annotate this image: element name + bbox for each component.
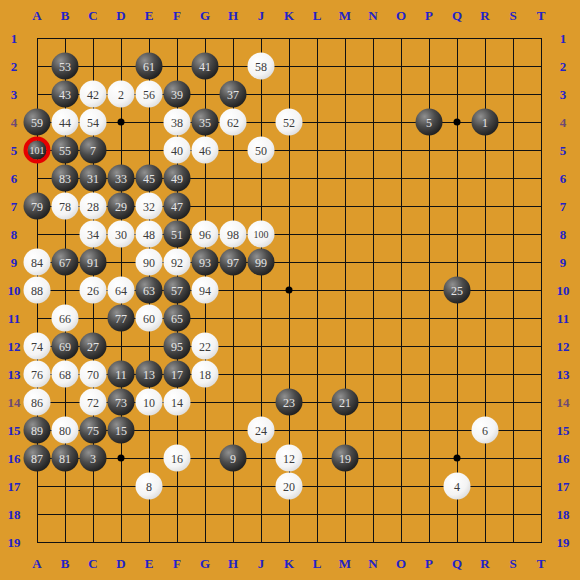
stone-black-57-F10[interactable]: 57 — [164, 277, 191, 304]
col-label-C-top: C — [88, 9, 97, 22]
stone-move-number: 92 — [171, 256, 183, 268]
row-label-14-right: 14 — [557, 396, 570, 409]
stone-black-5-P4[interactable]: 5 — [416, 109, 443, 136]
col-label-K-top: K — [284, 9, 294, 22]
stone-move-number: 20 — [283, 480, 295, 492]
col-label-B-bottom: B — [61, 557, 70, 570]
stone-move-number: 8 — [146, 480, 152, 492]
col-label-M-top: M — [339, 9, 351, 22]
stone-white-60-E11[interactable]: 60 — [136, 305, 163, 332]
row-label-5-right: 5 — [560, 144, 567, 157]
stone-move-number: 96 — [199, 228, 211, 240]
stone-move-number: 91 — [87, 256, 99, 268]
stone-move-number: 57 — [171, 284, 183, 296]
stone-black-47-F7[interactable]: 47 — [164, 193, 191, 220]
stone-black-77-D11[interactable]: 77 — [108, 305, 135, 332]
stone-move-number: 22 — [199, 340, 211, 352]
stone-move-number: 87 — [31, 452, 43, 464]
stone-move-number: 63 — [143, 284, 155, 296]
stone-move-number: 75 — [87, 424, 99, 436]
col-label-F-top: F — [173, 9, 181, 22]
stone-move-number: 46 — [199, 144, 211, 156]
col-label-T-top: T — [537, 9, 546, 22]
stone-move-number: 59 — [31, 116, 43, 128]
stone-move-number: 17 — [171, 368, 183, 380]
stone-black-19-M16[interactable]: 19 — [332, 445, 359, 472]
stone-move-number: 51 — [171, 228, 183, 240]
col-label-D-top: D — [116, 9, 125, 22]
stone-move-number: 39 — [171, 88, 183, 100]
stone-white-24-J15[interactable]: 24 — [248, 417, 275, 444]
stone-move-number: 50 — [255, 144, 267, 156]
stone-white-28-C7[interactable]: 28 — [80, 193, 107, 220]
col-label-R-top: R — [480, 9, 489, 22]
stone-move-number: 19 — [339, 452, 351, 464]
stone-move-number: 93 — [199, 256, 211, 268]
col-label-J-bottom: J — [258, 557, 265, 570]
stone-move-number: 49 — [171, 172, 183, 184]
stone-white-42-C3[interactable]: 42 — [80, 81, 107, 108]
stone-white-46-G5[interactable]: 46 — [192, 137, 219, 164]
stone-black-61-E2[interactable]: 61 — [136, 53, 163, 80]
stone-move-number: 80 — [59, 424, 71, 436]
stone-move-number: 45 — [143, 172, 155, 184]
stone-move-number: 24 — [255, 424, 267, 436]
stone-move-number: 60 — [143, 312, 155, 324]
col-label-L-top: L — [313, 9, 322, 22]
col-label-Q-bottom: Q — [452, 557, 462, 570]
stone-white-96-G8[interactable]: 96 — [192, 221, 219, 248]
col-label-F-bottom: F — [173, 557, 181, 570]
row-label-10-right: 10 — [557, 284, 570, 297]
stone-white-90-E9[interactable]: 90 — [136, 249, 163, 276]
stone-white-68-B13[interactable]: 68 — [52, 361, 79, 388]
stone-white-20-K17[interactable]: 20 — [276, 473, 303, 500]
stone-move-number: 5 — [426, 116, 432, 128]
row-label-16-left: 16 — [8, 452, 21, 465]
stone-move-number: 73 — [115, 396, 127, 408]
stone-white-18-G13[interactable]: 18 — [192, 361, 219, 388]
stone-move-number: 30 — [115, 228, 127, 240]
stone-black-79-A7[interactable]: 79 — [24, 193, 51, 220]
stone-black-25-Q10[interactable]: 25 — [444, 277, 471, 304]
stone-black-53-B2[interactable]: 53 — [52, 53, 79, 80]
stone-move-number: 33 — [115, 172, 127, 184]
stone-move-number: 25 — [451, 284, 463, 296]
col-label-H-bottom: H — [228, 557, 238, 570]
stone-move-number: 58 — [255, 60, 267, 72]
stone-move-number: 101 — [30, 145, 45, 155]
row-label-16-right: 16 — [557, 452, 570, 465]
grid-line-row-5 — [37, 150, 542, 151]
stone-black-99-J9[interactable]: 99 — [248, 249, 275, 276]
stone-white-38-F4[interactable]: 38 — [164, 109, 191, 136]
row-label-15-right: 15 — [557, 424, 570, 437]
stone-black-31-C6[interactable]: 31 — [80, 165, 107, 192]
row-label-8-left: 8 — [11, 228, 18, 241]
stone-black-13-E13[interactable]: 13 — [136, 361, 163, 388]
stone-move-number: 94 — [199, 284, 211, 296]
row-label-19-left: 19 — [8, 536, 21, 549]
grid-line-row-12 — [37, 346, 542, 347]
stone-move-number: 81 — [59, 452, 71, 464]
stone-black-73-D14[interactable]: 73 — [108, 389, 135, 416]
stone-black-89-A15[interactable]: 89 — [24, 417, 51, 444]
col-label-J-top: J — [258, 9, 265, 22]
row-label-3-right: 3 — [560, 88, 567, 101]
star-point-Q16 — [454, 455, 461, 462]
row-label-10-left: 10 — [8, 284, 21, 297]
stone-move-number: 23 — [283, 396, 295, 408]
stone-white-66-B11[interactable]: 66 — [52, 305, 79, 332]
stone-black-3-C16[interactable]: 3 — [80, 445, 107, 472]
stone-move-number: 100 — [254, 229, 269, 239]
stone-move-number: 27 — [87, 340, 99, 352]
col-label-C-bottom: C — [88, 557, 97, 570]
stone-move-number: 41 — [199, 60, 211, 72]
star-point-D16 — [118, 455, 125, 462]
stone-white-16-F16[interactable]: 16 — [164, 445, 191, 472]
stone-move-number: 2 — [118, 88, 124, 100]
col-label-S-bottom: S — [509, 557, 516, 570]
row-label-11-left: 11 — [8, 312, 20, 325]
stone-move-number: 32 — [143, 200, 155, 212]
stone-black-95-F12[interactable]: 95 — [164, 333, 191, 360]
stone-black-69-B12[interactable]: 69 — [52, 333, 79, 360]
grid-line-row-9 — [37, 262, 542, 263]
row-label-13-right: 13 — [557, 368, 570, 381]
stone-move-number: 42 — [87, 88, 99, 100]
stone-move-number: 68 — [59, 368, 71, 380]
col-label-L-bottom: L — [313, 557, 322, 570]
stone-move-number: 10 — [143, 396, 155, 408]
stone-move-number: 6 — [482, 424, 488, 436]
col-label-P-bottom: P — [425, 557, 433, 570]
row-label-2-right: 2 — [560, 60, 567, 73]
stone-move-number: 3 — [90, 452, 96, 464]
stone-white-2-D3[interactable]: 2 — [108, 81, 135, 108]
stone-move-number: 21 — [339, 396, 351, 408]
row-label-19-right: 19 — [557, 536, 570, 549]
stone-move-number: 47 — [171, 200, 183, 212]
stone-white-88-A10[interactable]: 88 — [24, 277, 51, 304]
stone-move-number: 67 — [59, 256, 71, 268]
row-label-3-left: 3 — [11, 88, 18, 101]
stone-black-9-H16[interactable]: 9 — [220, 445, 247, 472]
stone-white-26-C10[interactable]: 26 — [80, 277, 107, 304]
stone-move-number: 48 — [143, 228, 155, 240]
stone-black-97-H9[interactable]: 97 — [220, 249, 247, 276]
col-label-B-top: B — [61, 9, 70, 22]
row-label-1-right: 1 — [560, 32, 567, 45]
stone-move-number: 97 — [227, 256, 239, 268]
stone-move-number: 37 — [227, 88, 239, 100]
stone-move-number: 65 — [171, 312, 183, 324]
stone-white-30-D8[interactable]: 30 — [108, 221, 135, 248]
stone-move-number: 52 — [283, 116, 295, 128]
stone-black-81-B16[interactable]: 81 — [52, 445, 79, 472]
stone-move-number: 61 — [143, 60, 155, 72]
grid-line-row-1 — [37, 38, 542, 39]
row-label-9-right: 9 — [560, 256, 567, 269]
stone-move-number: 53 — [59, 60, 71, 72]
stone-white-74-A12[interactable]: 74 — [24, 333, 51, 360]
stone-move-number: 9 — [230, 452, 236, 464]
row-label-4-right: 4 — [560, 116, 567, 129]
stone-move-number: 15 — [115, 424, 127, 436]
col-label-N-bottom: N — [368, 557, 377, 570]
row-label-15-left: 15 — [8, 424, 21, 437]
stone-black-7-C5[interactable]: 7 — [80, 137, 107, 164]
col-label-P-top: P — [425, 9, 433, 22]
stone-black-49-F6[interactable]: 49 — [164, 165, 191, 192]
stone-move-number: 99 — [255, 256, 267, 268]
stone-move-number: 88 — [31, 284, 43, 296]
row-label-9-left: 9 — [11, 256, 18, 269]
stone-white-50-J5[interactable]: 50 — [248, 137, 275, 164]
row-label-1-left: 1 — [11, 32, 18, 45]
stone-white-76-A13[interactable]: 76 — [24, 361, 51, 388]
col-label-Q-top: Q — [452, 9, 462, 22]
stone-white-80-B15[interactable]: 80 — [52, 417, 79, 444]
col-label-K-bottom: K — [284, 557, 294, 570]
stone-black-21-M14[interactable]: 21 — [332, 389, 359, 416]
stone-white-72-C14[interactable]: 72 — [80, 389, 107, 416]
row-label-13-left: 13 — [8, 368, 21, 381]
stone-white-64-D10[interactable]: 64 — [108, 277, 135, 304]
stone-move-number: 7 — [90, 144, 96, 156]
stone-white-14-F14[interactable]: 14 — [164, 389, 191, 416]
stone-white-100-J8[interactable]: 100 — [248, 221, 275, 248]
col-label-A-top: A — [32, 9, 41, 22]
row-label-4-left: 4 — [11, 116, 18, 129]
stone-white-40-F5[interactable]: 40 — [164, 137, 191, 164]
stone-white-70-C13[interactable]: 70 — [80, 361, 107, 388]
stone-white-12-K16[interactable]: 12 — [276, 445, 303, 472]
row-label-2-left: 2 — [11, 60, 18, 73]
stone-black-55-B5[interactable]: 55 — [52, 137, 79, 164]
stone-white-34-C8[interactable]: 34 — [80, 221, 107, 248]
row-label-5-left: 5 — [11, 144, 18, 157]
stone-move-number: 40 — [171, 144, 183, 156]
stone-black-51-F8[interactable]: 51 — [164, 221, 191, 248]
star-point-Q4 — [454, 119, 461, 126]
grid-line-row-19 — [37, 542, 542, 543]
stone-white-8-E17[interactable]: 8 — [136, 473, 163, 500]
stone-move-number: 11 — [115, 368, 127, 380]
row-label-17-left: 17 — [8, 480, 21, 493]
row-label-7-right: 7 — [560, 200, 567, 213]
stone-black-93-G9[interactable]: 93 — [192, 249, 219, 276]
stone-move-number: 12 — [283, 452, 295, 464]
col-label-R-bottom: R — [480, 557, 489, 570]
stone-move-number: 89 — [31, 424, 43, 436]
stone-black-91-C9[interactable]: 91 — [80, 249, 107, 276]
stone-black-45-E6[interactable]: 45 — [136, 165, 163, 192]
stone-move-number: 66 — [59, 312, 71, 324]
star-point-K10 — [286, 287, 293, 294]
row-label-17-right: 17 — [557, 480, 570, 493]
stone-black-75-C15[interactable]: 75 — [80, 417, 107, 444]
stone-black-29-D7[interactable]: 29 — [108, 193, 135, 220]
stone-black-87-A16[interactable]: 87 — [24, 445, 51, 472]
stone-black-11-D13[interactable]: 11 — [108, 361, 135, 388]
stone-move-number: 44 — [59, 116, 71, 128]
stone-black-37-H3[interactable]: 37 — [220, 81, 247, 108]
star-point-D4 — [118, 119, 125, 126]
stone-black-33-D6[interactable]: 33 — [108, 165, 135, 192]
stone-white-32-E7[interactable]: 32 — [136, 193, 163, 220]
stone-move-number: 31 — [87, 172, 99, 184]
col-label-G-bottom: G — [200, 557, 210, 570]
row-label-7-left: 7 — [11, 200, 18, 213]
row-label-14-left: 14 — [8, 396, 21, 409]
stone-move-number: 62 — [227, 116, 239, 128]
stone-white-56-E3[interactable]: 56 — [136, 81, 163, 108]
grid-line-row-2 — [37, 66, 542, 67]
stone-move-number: 90 — [143, 256, 155, 268]
stone-move-number: 16 — [171, 452, 183, 464]
stone-move-number: 77 — [115, 312, 127, 324]
col-label-S-top: S — [509, 9, 516, 22]
col-label-E-bottom: E — [145, 557, 154, 570]
stone-black-41-G2[interactable]: 41 — [192, 53, 219, 80]
col-label-E-top: E — [145, 9, 154, 22]
stone-black-27-C12[interactable]: 27 — [80, 333, 107, 360]
stone-white-84-A9[interactable]: 84 — [24, 249, 51, 276]
grid-line-row-18 — [37, 514, 542, 515]
row-label-6-left: 6 — [11, 172, 18, 185]
stone-move-number: 34 — [87, 228, 99, 240]
stone-black-23-K14[interactable]: 23 — [276, 389, 303, 416]
row-label-12-left: 12 — [8, 340, 21, 353]
stone-white-44-B4[interactable]: 44 — [52, 109, 79, 136]
stone-white-78-B7[interactable]: 78 — [52, 193, 79, 220]
stone-white-94-G10[interactable]: 94 — [192, 277, 219, 304]
stone-move-number: 79 — [31, 200, 43, 212]
stone-move-number: 86 — [31, 396, 43, 408]
stone-white-54-C4[interactable]: 54 — [80, 109, 107, 136]
stone-move-number: 43 — [59, 88, 71, 100]
stone-move-number: 38 — [171, 116, 183, 128]
stone-white-52-K4[interactable]: 52 — [276, 109, 303, 136]
stone-move-number: 95 — [171, 340, 183, 352]
row-label-8-right: 8 — [560, 228, 567, 241]
stone-move-number: 1 — [482, 116, 488, 128]
stone-move-number: 18 — [199, 368, 211, 380]
go-board[interactable]: AABBCCDDEEFFGGHHJJKKLLMMNNOOPPQQRRSSTT11… — [0, 0, 580, 580]
col-label-O-bottom: O — [396, 557, 406, 570]
stone-black-15-D15[interactable]: 15 — [108, 417, 135, 444]
stone-white-86-A14[interactable]: 86 — [24, 389, 51, 416]
stone-black-67-B9[interactable]: 67 — [52, 249, 79, 276]
row-label-12-right: 12 — [557, 340, 570, 353]
stone-move-number: 26 — [87, 284, 99, 296]
stone-move-number: 35 — [199, 116, 211, 128]
row-label-6-right: 6 — [560, 172, 567, 185]
stone-white-6-R15[interactable]: 6 — [472, 417, 499, 444]
stone-white-48-E8[interactable]: 48 — [136, 221, 163, 248]
col-label-O-top: O — [396, 9, 406, 22]
row-label-18-left: 18 — [8, 508, 21, 521]
col-label-G-top: G — [200, 9, 210, 22]
stone-black-35-G4[interactable]: 35 — [192, 109, 219, 136]
stone-white-4-Q17[interactable]: 4 — [444, 473, 471, 500]
col-label-H-top: H — [228, 9, 238, 22]
stone-white-92-F9[interactable]: 92 — [164, 249, 191, 276]
stone-black-17-F13[interactable]: 17 — [164, 361, 191, 388]
col-label-A-bottom: A — [32, 557, 41, 570]
stone-white-98-H8[interactable]: 98 — [220, 221, 247, 248]
stone-move-number: 28 — [87, 200, 99, 212]
stone-black-59-A4[interactable]: 59 — [24, 109, 51, 136]
stone-black-39-F3[interactable]: 39 — [164, 81, 191, 108]
stone-white-62-H4[interactable]: 62 — [220, 109, 247, 136]
stone-white-22-G12[interactable]: 22 — [192, 333, 219, 360]
col-label-T-bottom: T — [537, 557, 546, 570]
stone-move-number: 74 — [31, 340, 43, 352]
col-label-N-top: N — [368, 9, 377, 22]
stone-move-number: 76 — [31, 368, 43, 380]
col-label-M-bottom: M — [339, 557, 351, 570]
stone-move-number: 54 — [87, 116, 99, 128]
stone-move-number: 4 — [454, 480, 460, 492]
stone-move-number: 29 — [115, 200, 127, 212]
stone-black-63-E10[interactable]: 63 — [136, 277, 163, 304]
col-label-D-bottom: D — [116, 557, 125, 570]
stone-black-65-F11[interactable]: 65 — [164, 305, 191, 332]
row-label-18-right: 18 — [557, 508, 570, 521]
stone-move-number: 70 — [87, 368, 99, 380]
stone-move-number: 78 — [59, 200, 71, 212]
stone-white-10-E14[interactable]: 10 — [136, 389, 163, 416]
stone-move-number: 69 — [59, 340, 71, 352]
stone-move-number: 14 — [171, 396, 183, 408]
stone-move-number: 98 — [227, 228, 239, 240]
stone-white-58-J2[interactable]: 58 — [248, 53, 275, 80]
row-label-11-right: 11 — [557, 312, 569, 325]
stone-move-number: 84 — [31, 256, 43, 268]
stone-move-number: 64 — [115, 284, 127, 296]
stone-move-number: 72 — [87, 396, 99, 408]
stone-black-43-B3[interactable]: 43 — [52, 81, 79, 108]
stone-black-83-B6[interactable]: 83 — [52, 165, 79, 192]
stone-move-number: 56 — [143, 88, 155, 100]
stone-black-1-R4[interactable]: 1 — [472, 109, 499, 136]
stone-move-number: 83 — [59, 172, 71, 184]
stone-move-number: 55 — [59, 144, 71, 156]
stone-black-101-A5[interactable]: 101 — [24, 137, 51, 164]
stone-move-number: 13 — [143, 368, 155, 380]
